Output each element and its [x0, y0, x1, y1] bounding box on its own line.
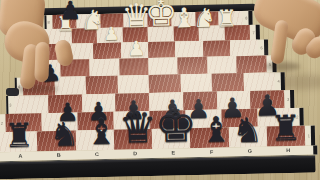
rank-label: 2 [296, 114, 298, 119]
file-label-e: E [154, 148, 192, 157]
chess-photo-scene: ♜♞♛♚♝♞♜88♟77♟6655♟4433♟♟♟♟♟♟♟22♜♞♝♛♚♝♞♜1… [0, 0, 320, 180]
square-e5 [149, 74, 181, 93]
square-a7 [5, 113, 41, 132]
file-label-b: B [39, 151, 77, 160]
file-label-c: C [78, 150, 116, 159]
square-e4 [148, 57, 178, 75]
square-c6 [82, 94, 116, 113]
square-f6 [183, 92, 217, 111]
square-d1: ♛ [124, 13, 148, 27]
square-e1: ♚ [147, 13, 171, 27]
square-c4 [90, 59, 120, 77]
square-h6 [250, 90, 284, 109]
square-f2 [173, 26, 199, 42]
square-b6 [48, 94, 82, 113]
square-b5 [54, 76, 86, 95]
rank-label: 6 [260, 45, 262, 50]
square-e2 [148, 27, 174, 43]
square-a8: ♜ [0, 131, 37, 152]
square-f3 [175, 41, 203, 58]
chess-board: ♜♞♛♚♝♞♜88♟77♟6655♟4433♟♟♟♟♟♟♟22♜♞♝♛♚♝♞♜1… [0, 3, 312, 180]
square-h7: ♟ [257, 108, 293, 127]
square-b4 [60, 59, 90, 77]
square-a3 [38, 44, 66, 61]
square-g1: ♞ [195, 12, 219, 26]
square-b7: ♟ [41, 113, 77, 132]
board-clasp [6, 88, 19, 96]
rank-label: 3 [287, 97, 289, 102]
rank-label: 8 [47, 20, 49, 25]
square-h3 [230, 40, 258, 57]
square-f1: ♝ [171, 12, 195, 26]
square-e8: ♚ [152, 128, 191, 149]
square-a1: ♜ [52, 15, 76, 29]
square-a4 [31, 60, 61, 78]
square-c3 [93, 43, 121, 60]
square-g7: ♟ [221, 109, 257, 128]
white-pawn: ♟ [103, 25, 120, 43]
rank-label: 7 [253, 30, 255, 35]
square-d2 [122, 27, 148, 43]
rank-label: 5 [26, 67, 28, 72]
square-f4 [178, 57, 208, 75]
file-label-a: A [1, 152, 39, 161]
square-c5 [86, 76, 118, 95]
square-h4 [236, 56, 266, 74]
square-g8: ♞ [228, 127, 267, 148]
square-g4 [207, 56, 237, 74]
square-h8: ♜ [267, 126, 306, 147]
square-a6 [14, 95, 48, 114]
rank-label: 2 [1, 121, 3, 126]
rank-label: 4 [278, 79, 280, 84]
square-b1: ♞ [76, 14, 100, 28]
board-squares: ♜♞♛♚♝♞♜88♟77♟6655♟4433♟♟♟♟♟♟♟22♜♞♝♛♚♝♞♜1… [0, 10, 311, 153]
square-h2 [224, 25, 250, 41]
square-f5 [180, 74, 212, 93]
square-e6 [149, 92, 183, 111]
square-c8: ♝ [75, 130, 114, 151]
square-e7: ♟ [149, 110, 185, 129]
file-label-d: D [116, 149, 154, 158]
rank-label: 5 [269, 61, 271, 66]
square-c7: ♟ [77, 112, 113, 131]
square-d8: ♛ [114, 129, 153, 150]
rank-label: 3 [9, 102, 11, 107]
file-label-h: H [269, 146, 307, 155]
square-g2 [199, 25, 225, 41]
square-b2 [71, 28, 97, 44]
square-c1 [100, 14, 124, 28]
square-g3 [203, 40, 231, 57]
square-d3: ♟ [121, 42, 149, 59]
square-f8: ♝ [190, 127, 229, 148]
file-label-f: F [192, 148, 230, 157]
square-b3 [66, 43, 94, 60]
square-d5 [117, 75, 149, 94]
square-f7: ♟ [185, 110, 221, 129]
square-h5 [243, 72, 275, 91]
square-e3 [148, 41, 176, 58]
rank-label: 7 [41, 34, 43, 39]
square-b8: ♞ [37, 131, 76, 152]
rank-label: 6 [34, 50, 36, 55]
rank-label: 8 [245, 15, 247, 20]
square-d4 [119, 58, 149, 76]
file-label-g: G [231, 147, 269, 156]
square-g5 [212, 73, 244, 92]
square-h1: ♜ [219, 11, 243, 25]
square-d7: ♟ [113, 111, 149, 130]
square-d6 [115, 93, 149, 112]
square-a5: ♟ [23, 77, 55, 96]
square-a2 [46, 29, 72, 45]
rank-label: 1 [308, 133, 310, 138]
square-c2: ♟ [97, 28, 123, 44]
square-g6 [217, 91, 251, 110]
